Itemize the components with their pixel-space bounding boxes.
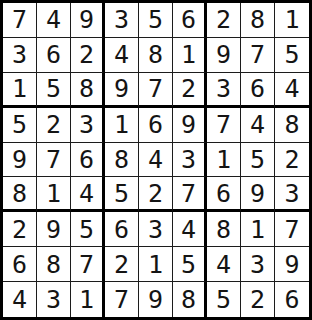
- sudoku-cell[interactable]: 1: [3, 73, 37, 108]
- cell-digit: 1: [114, 112, 129, 137]
- cell-digit: 4: [148, 147, 163, 172]
- cell-digit: 7: [284, 217, 299, 242]
- sudoku-cell[interactable]: 3: [105, 3, 139, 38]
- sudoku-cell[interactable]: 7: [105, 282, 139, 317]
- sudoku-cell[interactable]: 2: [3, 212, 37, 247]
- cell-digit: 6: [216, 181, 231, 206]
- sudoku-cell[interactable]: 7: [241, 38, 275, 73]
- cell-digit: 3: [46, 287, 61, 312]
- cell-digit: 1: [181, 42, 196, 67]
- cell-digit: 1: [216, 147, 231, 172]
- sudoku-cell[interactable]: 7: [275, 212, 309, 247]
- cell-digit: 8: [148, 42, 163, 67]
- cell-digit: 7: [250, 42, 265, 67]
- cell-digit: 8: [12, 181, 27, 206]
- cell-digit: 9: [250, 181, 265, 206]
- sudoku-cell[interactable]: 1: [275, 3, 309, 38]
- sudoku-cell[interactable]: 3: [173, 143, 207, 178]
- cell-digit: 2: [12, 217, 27, 242]
- cell-digit: 3: [114, 7, 129, 32]
- sudoku-cell[interactable]: 6: [275, 282, 309, 317]
- cell-digit: 7: [181, 181, 196, 206]
- cell-digit: 9: [181, 112, 196, 137]
- sudoku-cell[interactable]: 2: [105, 247, 139, 282]
- sudoku-cell[interactable]: 1: [241, 212, 275, 247]
- sudoku-cell[interactable]: 1: [139, 247, 173, 282]
- sudoku-cell[interactable]: 4: [71, 177, 105, 212]
- sudoku-cell[interactable]: 3: [207, 73, 241, 108]
- sudoku-cell[interactable]: 5: [139, 3, 173, 38]
- sudoku-cell[interactable]: 4: [275, 73, 309, 108]
- cell-digit: 1: [46, 181, 61, 206]
- sudoku-cell[interactable]: 3: [139, 212, 173, 247]
- cell-digit: 5: [284, 42, 299, 67]
- cell-digit: 3: [79, 112, 94, 137]
- sudoku-cell[interactable]: 3: [37, 282, 71, 317]
- cell-digit: 1: [79, 287, 94, 312]
- sudoku-cell[interactable]: 4: [173, 212, 207, 247]
- sudoku-cell[interactable]: 6: [173, 3, 207, 38]
- sudoku-cell[interactable]: 7: [71, 247, 105, 282]
- cell-digit: 3: [250, 252, 265, 277]
- sudoku-cell[interactable]: 4: [37, 3, 71, 38]
- sudoku-cell[interactable]: 3: [275, 177, 309, 212]
- cell-digit: 9: [79, 7, 94, 32]
- sudoku-cell[interactable]: 6: [139, 108, 173, 143]
- sudoku-cell[interactable]: 8: [173, 282, 207, 317]
- sudoku-cell[interactable]: 7: [139, 73, 173, 108]
- sudoku-cell[interactable]: 1: [71, 282, 105, 317]
- cell-digit: 5: [46, 76, 61, 101]
- sudoku-cell[interactable]: 3: [71, 108, 105, 143]
- sudoku-cell[interactable]: 3: [241, 247, 275, 282]
- cell-digit: 8: [284, 112, 299, 137]
- cell-digit: 2: [46, 112, 61, 137]
- sudoku-cell[interactable]: 5: [275, 38, 309, 73]
- cell-digit: 3: [284, 181, 299, 206]
- cell-digit: 6: [46, 42, 61, 67]
- cell-digit: 5: [114, 181, 129, 206]
- cell-digit: 5: [148, 7, 163, 32]
- cell-digit: 6: [12, 252, 27, 277]
- sudoku-cell[interactable]: 2: [275, 143, 309, 178]
- cell-digit: 4: [181, 217, 196, 242]
- sudoku-cell[interactable]: 9: [275, 247, 309, 282]
- cell-digit: 1: [250, 217, 265, 242]
- sudoku-cell[interactable]: 9: [37, 212, 71, 247]
- cell-digit: 2: [250, 287, 265, 312]
- cell-digit: 4: [250, 112, 265, 137]
- cell-digit: 5: [181, 252, 196, 277]
- cell-digit: 2: [114, 252, 129, 277]
- cell-digit: 2: [79, 42, 94, 67]
- cell-digit: 7: [216, 112, 231, 137]
- cell-digit: 1: [148, 252, 163, 277]
- sudoku-cell[interactable]: 7: [3, 3, 37, 38]
- cell-digit: 6: [79, 147, 94, 172]
- sudoku-cell[interactable]: 1: [173, 38, 207, 73]
- cell-digit: 8: [114, 147, 129, 172]
- sudoku-cell[interactable]: 6: [207, 177, 241, 212]
- cell-digit: 5: [250, 147, 265, 172]
- cell-digit: 8: [46, 252, 61, 277]
- cell-digit: 7: [148, 76, 163, 101]
- sudoku-cell[interactable]: 5: [71, 212, 105, 247]
- cell-digit: 6: [284, 287, 299, 312]
- cell-digit: 4: [114, 42, 129, 67]
- sudoku-cell[interactable]: 8: [207, 212, 241, 247]
- sudoku-cell[interactable]: 4: [241, 108, 275, 143]
- sudoku-cell[interactable]: 5: [207, 282, 241, 317]
- sudoku-cell[interactable]: 6: [37, 38, 71, 73]
- sudoku-cell[interactable]: 1: [105, 108, 139, 143]
- cell-digit: 8: [181, 287, 196, 312]
- sudoku-cell[interactable]: 8: [139, 38, 173, 73]
- cell-digit: 6: [148, 112, 163, 137]
- cell-digit: 6: [181, 7, 196, 32]
- cell-digit: 6: [114, 217, 129, 242]
- sudoku-cell[interactable]: 5: [37, 73, 71, 108]
- sudoku-cell[interactable]: 4: [207, 247, 241, 282]
- cell-digit: 9: [114, 76, 129, 101]
- sudoku-cell[interactable]: 3: [3, 38, 37, 73]
- cell-digit: 1: [12, 76, 27, 101]
- sudoku-cell[interactable]: 2: [37, 108, 71, 143]
- cell-digit: 1: [284, 7, 299, 32]
- sudoku-cell[interactable]: 9: [139, 282, 173, 317]
- sudoku-cell[interactable]: 1: [207, 143, 241, 178]
- sudoku-cell[interactable]: 8: [105, 143, 139, 178]
- sudoku-cell[interactable]: 4: [139, 143, 173, 178]
- sudoku-cell[interactable]: 2: [241, 282, 275, 317]
- cell-digit: 9: [148, 287, 163, 312]
- sudoku-cell[interactable]: 1: [37, 177, 71, 212]
- sudoku-cell[interactable]: 5: [173, 247, 207, 282]
- cell-digit: 9: [284, 252, 299, 277]
- sudoku-cell[interactable]: 9: [207, 38, 241, 73]
- cell-digit: 8: [79, 76, 94, 101]
- sudoku-cell[interactable]: 2: [207, 3, 241, 38]
- cell-digit: 7: [79, 252, 94, 277]
- sudoku-cell[interactable]: 8: [37, 247, 71, 282]
- sudoku-cell[interactable]: 7: [207, 108, 241, 143]
- sudoku-cell[interactable]: 6: [105, 212, 139, 247]
- sudoku-cell[interactable]: 8: [71, 73, 105, 108]
- sudoku-cell[interactable]: 6: [241, 73, 275, 108]
- cell-digit: 3: [148, 217, 163, 242]
- cell-digit: 9: [12, 147, 27, 172]
- cell-digit: 8: [250, 7, 265, 32]
- cell-digit: 7: [114, 287, 129, 312]
- cell-digit: 2: [148, 181, 163, 206]
- sudoku-cell[interactable]: 2: [139, 177, 173, 212]
- sudoku-cell[interactable]: 6: [3, 247, 37, 282]
- sudoku-cell[interactable]: 8: [241, 3, 275, 38]
- sudoku-cell[interactable]: 6: [71, 143, 105, 178]
- cell-digit: 8: [216, 217, 231, 242]
- sudoku-board: 7493562813624819751589723645231697489768…: [0, 0, 312, 320]
- cell-digit: 4: [46, 7, 61, 32]
- cell-digit: 3: [181, 147, 196, 172]
- sudoku-cell[interactable]: 9: [105, 73, 139, 108]
- cell-digit: 6: [250, 76, 265, 101]
- cell-digit: 4: [12, 287, 27, 312]
- cell-digit: 4: [216, 252, 231, 277]
- cell-digit: 7: [12, 7, 27, 32]
- sudoku-cell[interactable]: 5: [241, 143, 275, 178]
- sudoku-cell[interactable]: 9: [241, 177, 275, 212]
- sudoku-cell[interactable]: 8: [275, 108, 309, 143]
- sudoku-cell[interactable]: 4: [105, 38, 139, 73]
- sudoku-cell[interactable]: 9: [3, 143, 37, 178]
- cell-digit: 3: [12, 42, 27, 67]
- sudoku-cell[interactable]: 7: [37, 143, 71, 178]
- cell-digit: 2: [284, 147, 299, 172]
- sudoku-cell[interactable]: 5: [3, 108, 37, 143]
- sudoku-cell[interactable]: 7: [173, 177, 207, 212]
- sudoku-cell[interactable]: 2: [173, 73, 207, 108]
- cell-digit: 2: [216, 7, 231, 32]
- cell-digit: 9: [46, 217, 61, 242]
- sudoku-cell[interactable]: 4: [3, 282, 37, 317]
- cell-digit: 5: [12, 112, 27, 137]
- cell-digit: 9: [216, 42, 231, 67]
- sudoku-cell[interactable]: 8: [3, 177, 37, 212]
- sudoku-cell[interactable]: 2: [71, 38, 105, 73]
- cell-digit: 5: [79, 217, 94, 242]
- cell-digit: 2: [181, 76, 196, 101]
- cell-digit: 4: [284, 76, 299, 101]
- cell-digit: 7: [46, 147, 61, 172]
- sudoku-cell[interactable]: 9: [173, 108, 207, 143]
- cell-digit: 5: [216, 287, 231, 312]
- sudoku-cell[interactable]: 5: [105, 177, 139, 212]
- cell-digit: 4: [79, 181, 94, 206]
- cell-digit: 3: [216, 76, 231, 101]
- sudoku-cell[interactable]: 9: [71, 3, 105, 38]
